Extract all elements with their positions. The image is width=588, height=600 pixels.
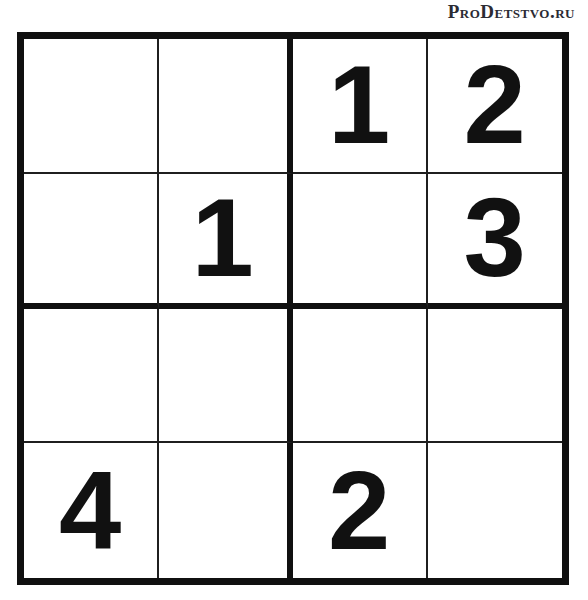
cell-r3c1[interactable] — [24, 309, 159, 444]
watermark-prodetstvo: ProDetstvo.ru — [448, 1, 575, 23]
cell-r4c3[interactable]: 2 — [293, 443, 428, 578]
cell-r3c2[interactable] — [159, 309, 294, 444]
cell-r2c4[interactable]: 3 — [428, 174, 563, 309]
sudoku-board: 1 2 1 3 4 2 — [17, 32, 569, 585]
cell-r1c3[interactable]: 1 — [293, 39, 428, 174]
cell-r4c1[interactable]: 4 — [24, 443, 159, 578]
cell-r1c4[interactable]: 2 — [428, 39, 563, 174]
cell-r4c2[interactable] — [159, 443, 294, 578]
cell-r2c3[interactable] — [293, 174, 428, 309]
cell-r3c4[interactable] — [428, 309, 563, 444]
cell-r1c1[interactable] — [24, 39, 159, 174]
cell-r2c1[interactable] — [24, 174, 159, 309]
cell-r1c2[interactable] — [159, 39, 294, 174]
cell-r4c4[interactable] — [428, 443, 563, 578]
cell-r2c2[interactable]: 1 — [159, 174, 294, 309]
cell-r3c3[interactable] — [293, 309, 428, 444]
